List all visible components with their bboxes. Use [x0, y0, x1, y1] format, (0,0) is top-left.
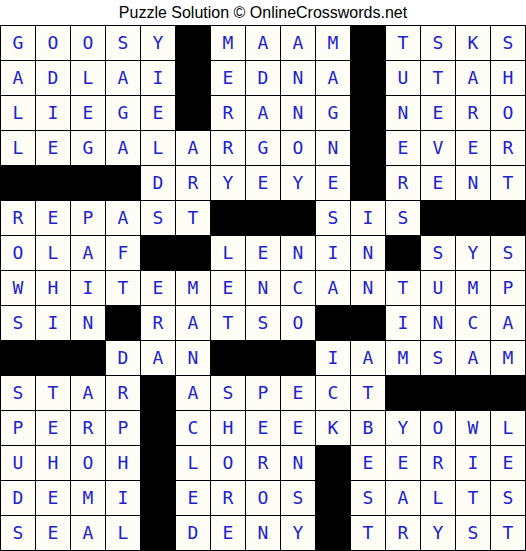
black-cell: [36, 341, 70, 375]
letter-cell: H: [106, 446, 140, 480]
letter-cell: S: [1, 376, 35, 410]
letter-cell: S: [456, 516, 490, 550]
letter-cell: N: [316, 131, 350, 165]
black-cell: [1, 341, 35, 375]
letter-cell: R: [211, 96, 245, 130]
black-cell: [351, 306, 385, 340]
letter-cell: R: [246, 446, 280, 480]
letter-cell: P: [71, 201, 105, 235]
black-cell: [316, 481, 350, 515]
letter-cell: P: [106, 411, 140, 445]
letter-cell: N: [281, 236, 315, 270]
letter-cell: U: [386, 61, 420, 95]
letter-cell: L: [141, 131, 175, 165]
letter-cell: E: [281, 411, 315, 445]
letter-cell: E: [491, 446, 525, 480]
letter-cell: S: [281, 481, 315, 515]
letter-cell: E: [211, 61, 245, 95]
letter-cell: Y: [386, 411, 420, 445]
letter-cell: I: [351, 201, 385, 235]
letter-cell: A: [141, 341, 175, 375]
letter-cell: E: [421, 96, 455, 130]
letter-cell: G: [316, 96, 350, 130]
letter-cell: A: [71, 376, 105, 410]
letter-cell: S: [316, 201, 350, 235]
letter-cell: T: [386, 26, 420, 60]
black-cell: [141, 446, 175, 480]
letter-cell: A: [106, 201, 140, 235]
letter-cell: N: [351, 271, 385, 305]
black-cell: [351, 26, 385, 60]
letter-cell: A: [281, 26, 315, 60]
letter-cell: T: [491, 166, 525, 200]
letter-cell: L: [1, 96, 35, 130]
letter-cell: S: [106, 26, 140, 60]
letter-cell: H: [491, 61, 525, 95]
letter-cell: N: [281, 61, 315, 95]
letter-cell: L: [421, 481, 455, 515]
letter-cell: I: [386, 306, 420, 340]
letter-cell: M: [211, 26, 245, 60]
black-cell: [281, 201, 315, 235]
black-cell: [176, 236, 210, 270]
letter-cell: P: [1, 411, 35, 445]
letter-cell: A: [246, 96, 280, 130]
letter-cell: A: [456, 61, 490, 95]
letter-cell: N: [176, 341, 210, 375]
letter-cell: G: [1, 26, 35, 60]
black-cell: [1, 166, 35, 200]
letter-cell: A: [106, 61, 140, 95]
black-cell: [351, 166, 385, 200]
letter-cell: E: [211, 271, 245, 305]
letter-cell: Y: [211, 166, 245, 200]
letter-cell: N: [281, 96, 315, 130]
letter-cell: E: [246, 411, 280, 445]
letter-cell: E: [36, 516, 70, 550]
letter-cell: S: [1, 516, 35, 550]
black-cell: [141, 481, 175, 515]
letter-cell: I: [316, 236, 350, 270]
black-cell: [491, 201, 525, 235]
letter-cell: K: [316, 411, 350, 445]
letter-cell: N: [386, 96, 420, 130]
letter-cell: R: [71, 411, 105, 445]
black-cell: [386, 236, 420, 270]
letter-cell: G: [246, 131, 280, 165]
letter-cell: L: [71, 61, 105, 95]
black-cell: [491, 376, 525, 410]
letter-cell: O: [281, 306, 315, 340]
letter-cell: T: [211, 306, 245, 340]
black-cell: [71, 166, 105, 200]
letter-cell: T: [491, 516, 525, 550]
black-cell: [316, 516, 350, 550]
letter-cell: U: [421, 271, 455, 305]
black-cell: [211, 341, 245, 375]
black-cell: [246, 341, 280, 375]
letter-cell: S: [491, 481, 525, 515]
letter-cell: S: [491, 26, 525, 60]
letter-cell: R: [386, 516, 420, 550]
letter-cell: W: [456, 411, 490, 445]
black-cell: [141, 411, 175, 445]
black-cell: [176, 96, 210, 130]
black-cell: [351, 61, 385, 95]
letter-cell: C: [176, 411, 210, 445]
black-cell: [456, 201, 490, 235]
black-cell: [281, 341, 315, 375]
letter-cell: O: [281, 131, 315, 165]
black-cell: [246, 201, 280, 235]
letter-cell: I: [106, 481, 140, 515]
letter-cell: R: [211, 481, 245, 515]
black-cell: [141, 376, 175, 410]
letter-cell: E: [36, 131, 70, 165]
letter-cell: C: [281, 271, 315, 305]
black-cell: [316, 306, 350, 340]
letter-cell: N: [246, 271, 280, 305]
letter-cell: I: [36, 306, 70, 340]
letter-cell: A: [316, 61, 350, 95]
letter-cell: A: [176, 376, 210, 410]
letter-cell: M: [71, 481, 105, 515]
letter-cell: O: [246, 481, 280, 515]
letter-cell: C: [316, 376, 350, 410]
letter-cell: H: [211, 411, 245, 445]
letter-cell: M: [316, 26, 350, 60]
letter-cell: E: [176, 481, 210, 515]
letter-cell: R: [141, 306, 175, 340]
letter-cell: W: [1, 271, 35, 305]
letter-cell: E: [36, 411, 70, 445]
letter-cell: M: [491, 341, 525, 375]
letter-cell: A: [71, 516, 105, 550]
letter-cell: L: [211, 236, 245, 270]
letter-cell: E: [421, 166, 455, 200]
letter-cell: I: [141, 61, 175, 95]
letter-cell: T: [351, 516, 385, 550]
letter-cell: O: [71, 446, 105, 480]
letter-cell: E: [211, 516, 245, 550]
letter-cell: O: [491, 96, 525, 130]
letter-cell: D: [141, 166, 175, 200]
letter-cell: L: [106, 516, 140, 550]
black-cell: [141, 516, 175, 550]
letter-cell: L: [491, 411, 525, 445]
letter-cell: N: [71, 306, 105, 340]
letter-cell: T: [106, 271, 140, 305]
letter-cell: E: [71, 96, 105, 130]
black-cell: [421, 201, 455, 235]
letter-cell: B: [351, 411, 385, 445]
letter-cell: O: [36, 26, 70, 60]
letter-cell: Y: [281, 166, 315, 200]
letter-cell: A: [351, 341, 385, 375]
black-cell: [316, 446, 350, 480]
black-cell: [211, 201, 245, 235]
letter-cell: A: [176, 131, 210, 165]
letter-cell: Y: [281, 516, 315, 550]
letter-cell: N: [421, 306, 455, 340]
letter-cell: E: [246, 236, 280, 270]
black-cell: [106, 306, 140, 340]
letter-cell: A: [246, 26, 280, 60]
letter-cell: E: [141, 96, 175, 130]
letter-cell: E: [36, 201, 70, 235]
black-cell: [386, 376, 420, 410]
letter-cell: R: [421, 446, 455, 480]
letter-cell: D: [176, 516, 210, 550]
black-cell: [36, 166, 70, 200]
letter-cell: G: [71, 131, 105, 165]
letter-cell: N: [246, 516, 280, 550]
letter-cell: R: [491, 131, 525, 165]
letter-cell: U: [1, 446, 35, 480]
letter-cell: E: [351, 446, 385, 480]
letter-cell: T: [36, 376, 70, 410]
black-cell: [351, 131, 385, 165]
letter-cell: T: [421, 61, 455, 95]
black-cell: [421, 376, 455, 410]
black-cell: [456, 376, 490, 410]
black-cell: [176, 61, 210, 95]
letter-cell: A: [71, 236, 105, 270]
letter-cell: I: [316, 341, 350, 375]
letter-cell: T: [456, 481, 490, 515]
letter-cell: S: [1, 306, 35, 340]
letter-cell: S: [211, 376, 245, 410]
letter-cell: E: [316, 166, 350, 200]
letter-cell: Y: [421, 516, 455, 550]
letter-cell: S: [246, 306, 280, 340]
letter-cell: L: [36, 236, 70, 270]
black-cell: [176, 26, 210, 60]
letter-cell: D: [106, 341, 140, 375]
letter-cell: H: [36, 271, 70, 305]
letter-cell: P: [246, 376, 280, 410]
letter-cell: S: [421, 236, 455, 270]
letter-cell: A: [176, 306, 210, 340]
letter-cell: K: [456, 26, 490, 60]
letter-cell: M: [456, 271, 490, 305]
letter-cell: O: [1, 236, 35, 270]
page-title: Puzzle Solution © OnlineCrosswords.net: [0, 0, 526, 25]
black-cell: [141, 236, 175, 270]
letter-cell: R: [211, 131, 245, 165]
letter-cell: I: [456, 446, 490, 480]
letter-cell: R: [106, 376, 140, 410]
letter-cell: S: [491, 236, 525, 270]
letter-cell: S: [351, 481, 385, 515]
letter-cell: M: [386, 341, 420, 375]
letter-cell: H: [36, 446, 70, 480]
letter-cell: I: [36, 96, 70, 130]
letter-cell: A: [456, 341, 490, 375]
crossword-grid: GOOSYMAAMTSKSADLAIEDNAUTAHLIEGERANGNEROL…: [0, 25, 526, 551]
letter-cell: O: [71, 26, 105, 60]
letter-cell: M: [176, 271, 210, 305]
letter-cell: Y: [141, 26, 175, 60]
black-cell: [106, 166, 140, 200]
letter-cell: N: [351, 236, 385, 270]
letter-cell: F: [106, 236, 140, 270]
black-cell: [71, 341, 105, 375]
letter-cell: C: [456, 306, 490, 340]
letter-cell: R: [1, 201, 35, 235]
letter-cell: A: [316, 271, 350, 305]
letter-cell: I: [71, 271, 105, 305]
letter-cell: E: [456, 131, 490, 165]
letter-cell: E: [386, 446, 420, 480]
letter-cell: T: [176, 201, 210, 235]
letter-cell: T: [351, 376, 385, 410]
letter-cell: N: [281, 446, 315, 480]
black-cell: [351, 96, 385, 130]
letter-cell: L: [176, 446, 210, 480]
letter-cell: V: [421, 131, 455, 165]
letter-cell: D: [1, 481, 35, 515]
letter-cell: O: [211, 446, 245, 480]
letter-cell: R: [386, 166, 420, 200]
letter-cell: E: [281, 376, 315, 410]
letter-cell: E: [386, 131, 420, 165]
letter-cell: T: [386, 271, 420, 305]
letter-cell: S: [421, 341, 455, 375]
letter-cell: R: [176, 166, 210, 200]
letter-cell: D: [36, 61, 70, 95]
letter-cell: S: [421, 26, 455, 60]
letter-cell: S: [141, 201, 175, 235]
letter-cell: A: [386, 481, 420, 515]
letter-cell: Y: [456, 236, 490, 270]
letter-cell: G: [106, 96, 140, 130]
letter-cell: O: [421, 411, 455, 445]
letter-cell: E: [246, 166, 280, 200]
letter-cell: S: [386, 201, 420, 235]
letter-cell: E: [141, 271, 175, 305]
letter-cell: A: [491, 306, 525, 340]
letter-cell: A: [106, 131, 140, 165]
letter-cell: A: [1, 61, 35, 95]
letter-cell: P: [491, 271, 525, 305]
puzzle-solution-page: Puzzle Solution © OnlineCrosswords.net G…: [0, 0, 526, 551]
letter-cell: D: [246, 61, 280, 95]
letter-cell: R: [456, 96, 490, 130]
letter-cell: L: [1, 131, 35, 165]
letter-cell: N: [456, 166, 490, 200]
letter-cell: E: [36, 481, 70, 515]
